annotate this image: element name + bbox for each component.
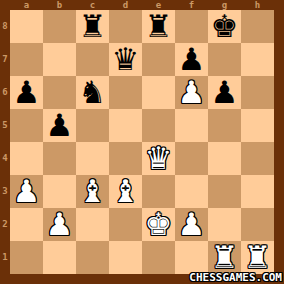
square-e6 [142, 76, 175, 109]
square-c7 [76, 43, 109, 76]
black-knight-c6: ♞ [79, 77, 107, 108]
square-f1 [175, 241, 208, 274]
square-d2 [109, 208, 142, 241]
square-g4 [208, 142, 241, 175]
square-c8: ♜ [76, 10, 109, 43]
square-h5 [241, 109, 274, 142]
square-f5 [175, 109, 208, 142]
square-a3: ♟ [10, 175, 43, 208]
white-king-e2: ♚ [145, 209, 173, 240]
square-g7 [208, 43, 241, 76]
white-rook-h1: ♜ [244, 242, 272, 273]
square-d5 [109, 109, 142, 142]
square-e3 [142, 175, 175, 208]
square-f3 [175, 175, 208, 208]
square-e8: ♜ [142, 10, 175, 43]
rank-label-2: 2 [0, 208, 10, 241]
square-c2 [76, 208, 109, 241]
square-b3 [43, 175, 76, 208]
square-d8 [109, 10, 142, 43]
square-h8 [241, 10, 274, 43]
file-label-d: d [109, 0, 142, 10]
square-g6: ♟ [208, 76, 241, 109]
square-g2 [208, 208, 241, 241]
black-rook-c8: ♜ [79, 11, 107, 42]
square-d7: ♛ [109, 43, 142, 76]
white-bishop-c3: ♝ [79, 176, 107, 207]
white-queen-e4: ♛ [145, 143, 173, 174]
square-h3 [241, 175, 274, 208]
square-f2: ♟ [175, 208, 208, 241]
square-f8 [175, 10, 208, 43]
square-b6 [43, 76, 76, 109]
square-a1 [10, 241, 43, 274]
file-label-f: f [175, 0, 208, 10]
square-a7 [10, 43, 43, 76]
square-e7 [142, 43, 175, 76]
square-f6: ♟ [175, 76, 208, 109]
square-d3: ♝ [109, 175, 142, 208]
rank-label-1: 1 [0, 241, 10, 274]
board: ♜♜♚♛♟♟♞♟♟♟♛♟♝♝♟♚♟♜♜ [10, 10, 274, 274]
rank-label-7: 7 [0, 43, 10, 76]
rank-label-3: 3 [0, 175, 10, 208]
white-pawn-f2: ♟ [178, 209, 206, 240]
square-h1: ♜ [241, 241, 274, 274]
black-pawn-g6: ♟ [211, 77, 239, 108]
square-h6 [241, 76, 274, 109]
square-a6: ♟ [10, 76, 43, 109]
square-c5 [76, 109, 109, 142]
square-g3 [208, 175, 241, 208]
square-a5 [10, 109, 43, 142]
square-c1 [76, 241, 109, 274]
square-d4 [109, 142, 142, 175]
black-king-g8: ♚ [211, 11, 239, 42]
square-b1 [43, 241, 76, 274]
rank-label-8: 8 [0, 10, 10, 43]
square-b4 [43, 142, 76, 175]
square-g5 [208, 109, 241, 142]
white-pawn-a3: ♟ [13, 176, 41, 207]
watermark-text: CHESSGAMES.COM [189, 271, 282, 284]
black-pawn-a6: ♟ [13, 77, 41, 108]
file-label-a: a [10, 0, 43, 10]
black-pawn-f7: ♟ [178, 44, 206, 75]
rank-label-5: 5 [0, 109, 10, 142]
square-a4 [10, 142, 43, 175]
white-bishop-d3: ♝ [112, 176, 140, 207]
white-rook-g1: ♜ [211, 242, 239, 273]
square-e1 [142, 241, 175, 274]
white-pawn-b2: ♟ [46, 209, 74, 240]
square-d6 [109, 76, 142, 109]
square-h7 [241, 43, 274, 76]
square-a2 [10, 208, 43, 241]
square-d1 [109, 241, 142, 274]
file-label-b: b [43, 0, 76, 10]
square-h4 [241, 142, 274, 175]
square-g8: ♚ [208, 10, 241, 43]
black-pawn-b5: ♟ [46, 110, 74, 141]
square-c6: ♞ [76, 76, 109, 109]
square-e4: ♛ [142, 142, 175, 175]
square-b5: ♟ [43, 109, 76, 142]
square-c4 [76, 142, 109, 175]
square-f4 [175, 142, 208, 175]
black-queen-d7: ♛ [112, 44, 140, 75]
square-a8 [10, 10, 43, 43]
square-g1: ♜ [208, 241, 241, 274]
square-e5 [142, 109, 175, 142]
file-label-h: h [241, 0, 274, 10]
black-rook-e8: ♜ [145, 11, 173, 42]
chess-diagram: abcdefgh 87654321 ♜♜♚♛♟♟♞♟♟♟♛♟♝♝♟♚♟♜♜ CH… [0, 0, 284, 284]
square-e2: ♚ [142, 208, 175, 241]
rank-labels: 87654321 [0, 10, 10, 274]
rank-label-4: 4 [0, 142, 10, 175]
square-h2 [241, 208, 274, 241]
square-f7: ♟ [175, 43, 208, 76]
square-b7 [43, 43, 76, 76]
white-pawn-f6: ♟ [178, 77, 206, 108]
square-b2: ♟ [43, 208, 76, 241]
rank-label-6: 6 [0, 76, 10, 109]
square-b8 [43, 10, 76, 43]
square-c3: ♝ [76, 175, 109, 208]
